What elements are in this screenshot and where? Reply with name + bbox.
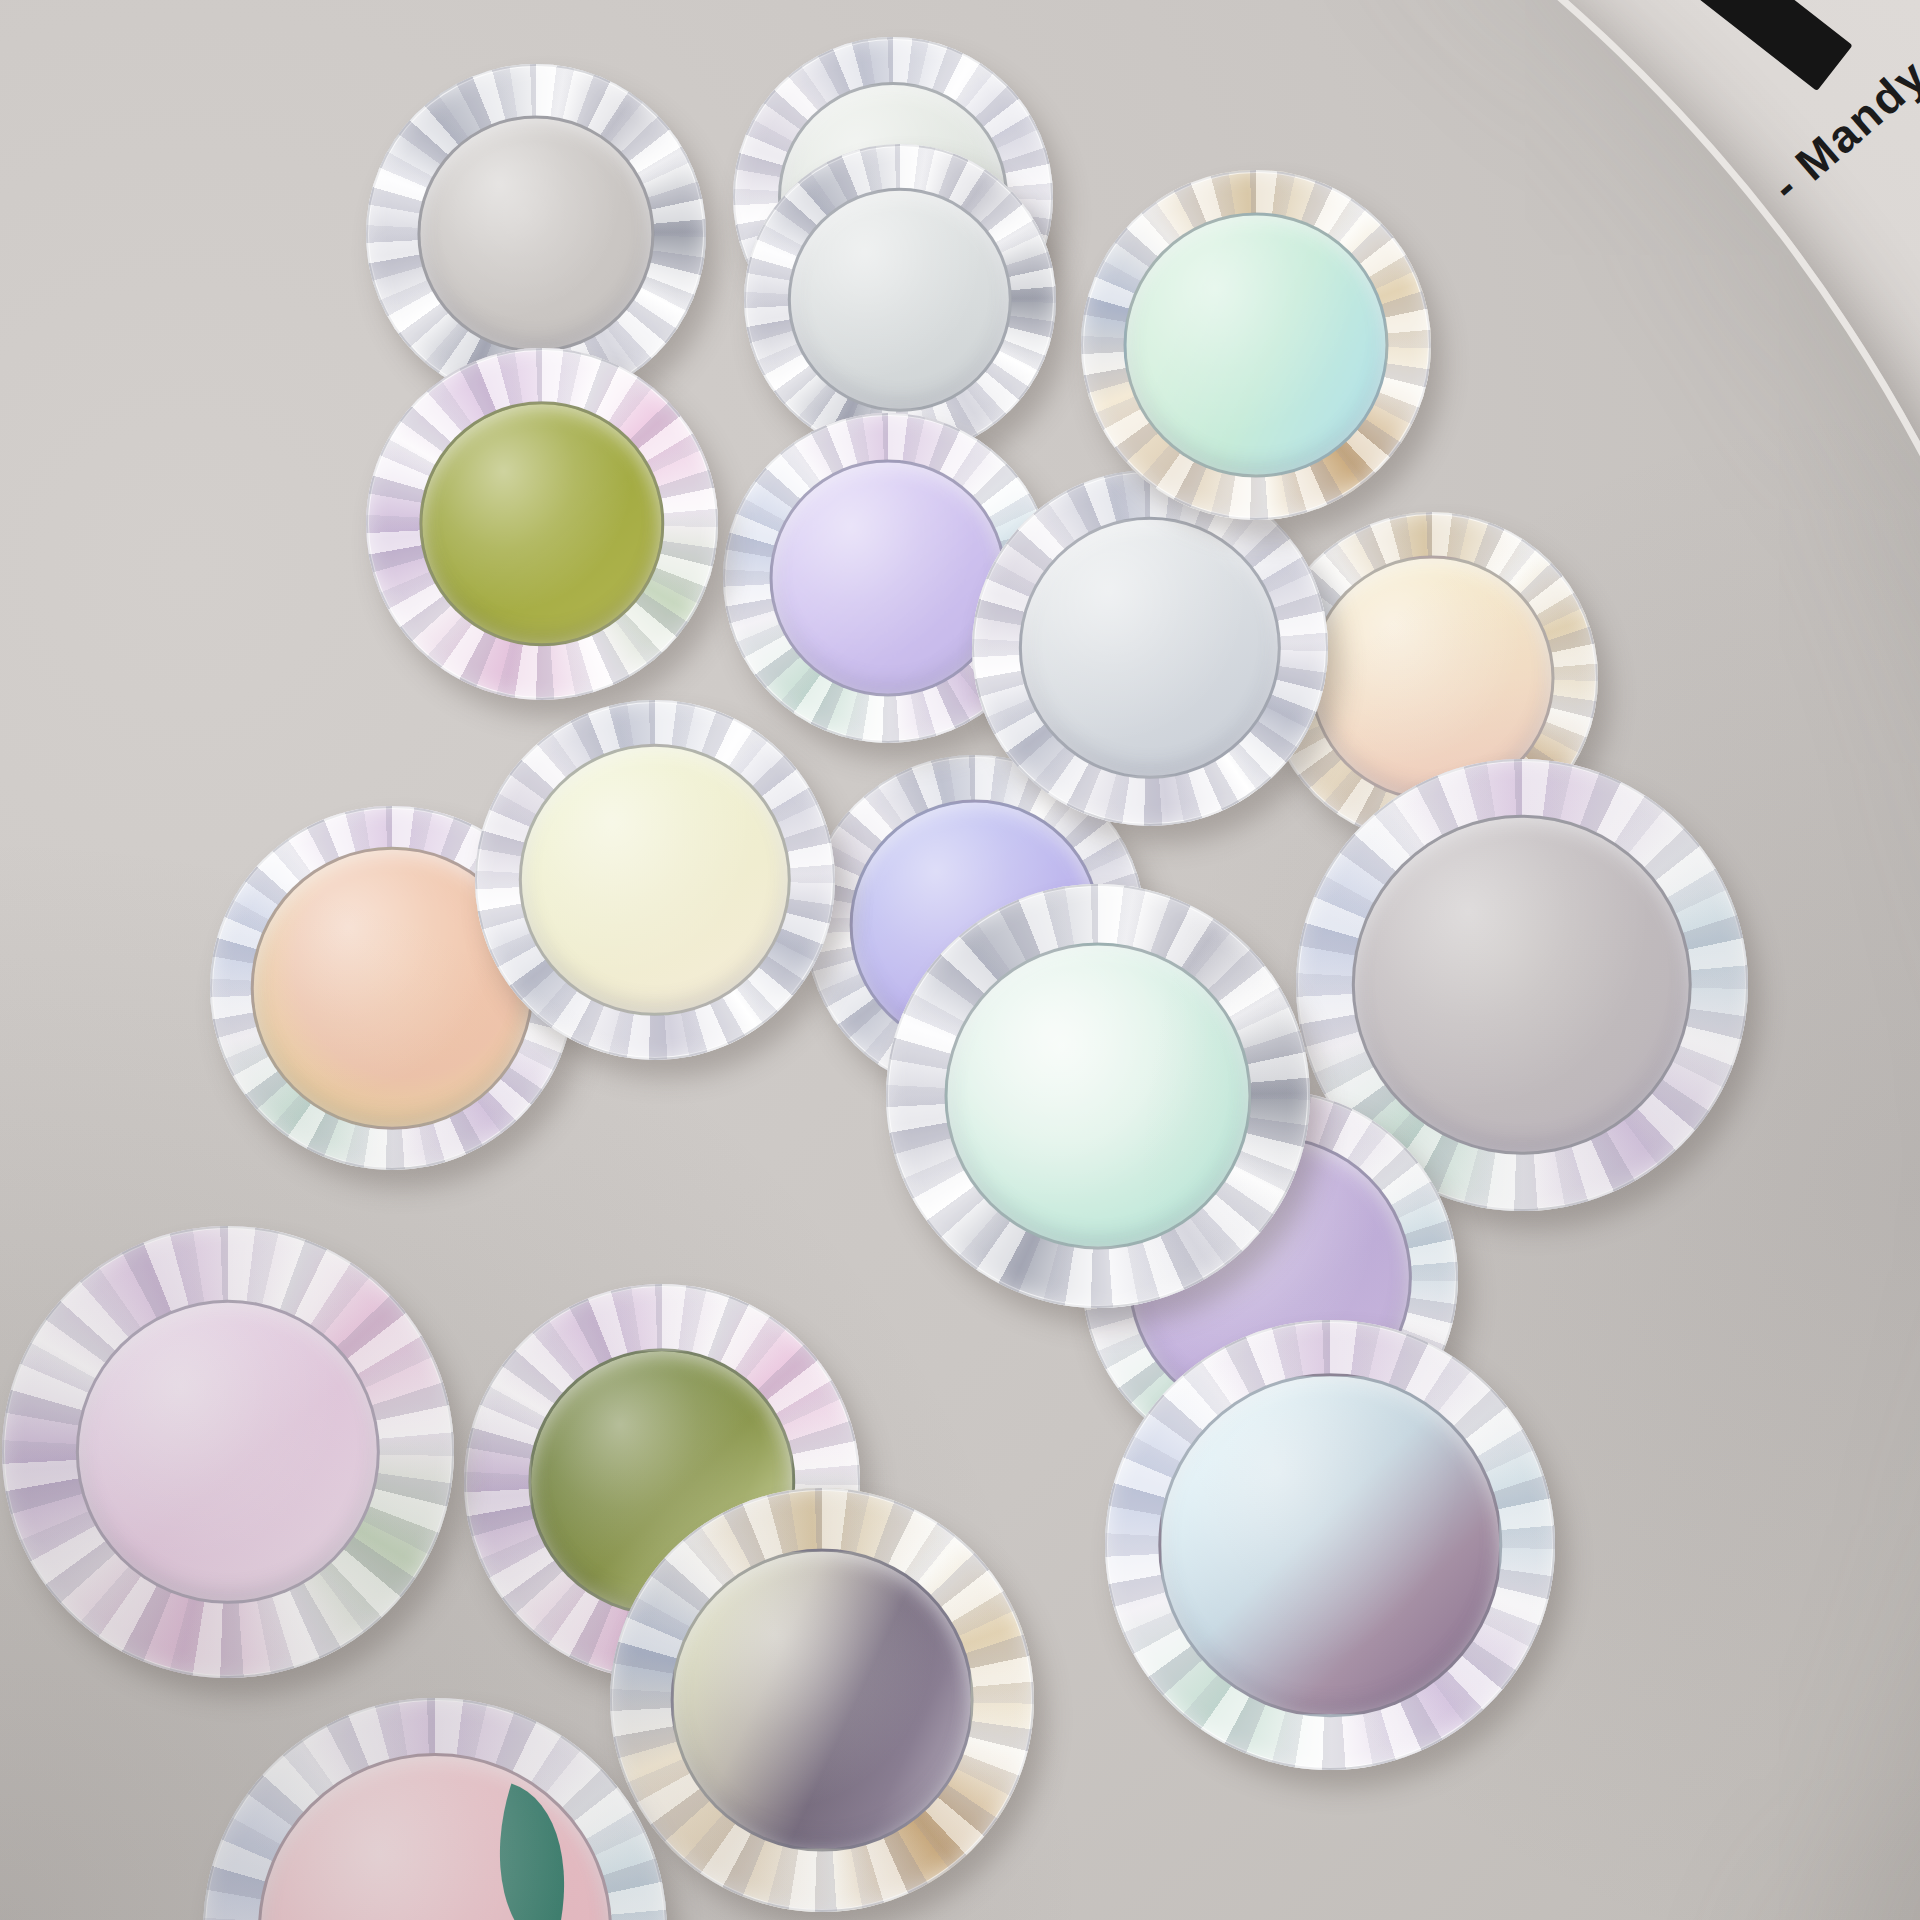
disc-center-lilac-pink [76,1300,380,1604]
disc-lilac-pink [2,1226,454,1678]
disc-center-rose-pink-leaf [258,1753,612,1920]
black-bar [1629,0,1852,91]
disc-center-chartreuse-purple [671,1549,974,1852]
disc-center-ice-blue-mauve [1158,1373,1502,1717]
disc-center-opal-grey [1019,517,1281,779]
disc-center-clear-stacked [788,188,1012,412]
disc-center-large-clear-ring [1352,815,1692,1155]
disc-center-mint [1124,213,1389,478]
disc-chartreuse-purple [610,1488,1034,1912]
disc-ice-blue-mauve [1105,1320,1555,1770]
disc-mint [1081,170,1431,520]
disc-pale-yellow [475,700,835,1060]
disc-aqua-white [886,884,1310,1308]
disc-center-lavender [770,460,1007,697]
disc-olive-green [366,348,718,700]
disc-opal-grey [972,470,1328,826]
disc-center-aqua-white [944,942,1251,1249]
disc-center-clear-open-ring [417,115,654,352]
disc-clear-stacked [744,144,1056,456]
leaf-decoration [465,1783,599,1920]
disc-center-pale-yellow [519,744,791,1016]
photo-canvas: - Mandy Ren [0,0,1920,1920]
disc-center-olive-green [419,401,664,646]
